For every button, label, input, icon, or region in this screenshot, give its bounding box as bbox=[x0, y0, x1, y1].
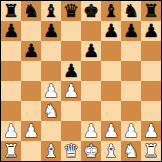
square-b5[interactable] bbox=[21, 61, 41, 81]
black-pawn-icon[interactable]: ♟ bbox=[83, 41, 99, 61]
square-h5[interactable] bbox=[141, 61, 161, 81]
black-knight-icon[interactable]: ♞ bbox=[23, 1, 39, 21]
square-h4[interactable] bbox=[141, 81, 161, 101]
square-d4[interactable]: ♟ bbox=[61, 81, 81, 101]
white-queen-icon[interactable]: ♛ bbox=[63, 141, 79, 161]
black-knight-icon[interactable]: ♞ bbox=[123, 1, 139, 21]
white-bishop-icon[interactable]: ♝ bbox=[103, 141, 119, 161]
square-c4[interactable]: ♟ bbox=[41, 81, 61, 101]
white-rook-icon[interactable]: ♜ bbox=[3, 141, 19, 161]
white-pawn-icon[interactable]: ♟ bbox=[83, 121, 99, 141]
square-h1[interactable]: ♜ bbox=[141, 141, 161, 161]
white-knight-icon[interactable]: ♞ bbox=[43, 101, 59, 121]
square-d5[interactable]: ♟ bbox=[61, 61, 81, 81]
black-pawn-icon[interactable]: ♟ bbox=[103, 21, 119, 41]
black-pawn-icon[interactable]: ♟ bbox=[143, 21, 159, 41]
square-b2[interactable]: ♟ bbox=[21, 121, 41, 141]
white-king-icon[interactable]: ♚ bbox=[83, 141, 99, 161]
square-c1[interactable]: ♝ bbox=[41, 141, 61, 161]
square-g1[interactable]: ♞ bbox=[121, 141, 141, 161]
square-d7[interactable] bbox=[61, 21, 81, 41]
square-g4[interactable] bbox=[121, 81, 141, 101]
white-pawn-icon[interactable]: ♟ bbox=[143, 121, 159, 141]
white-knight-icon[interactable]: ♞ bbox=[123, 141, 139, 161]
square-e1[interactable]: ♚ bbox=[81, 141, 101, 161]
square-h6[interactable] bbox=[141, 41, 161, 61]
square-f1[interactable]: ♝ bbox=[101, 141, 121, 161]
square-c8[interactable]: ♝ bbox=[41, 1, 61, 21]
square-f3[interactable] bbox=[101, 101, 121, 121]
square-b4[interactable] bbox=[21, 81, 41, 101]
square-e5[interactable] bbox=[81, 61, 101, 81]
black-pawn-icon[interactable]: ♟ bbox=[63, 61, 79, 81]
black-rook-icon[interactable]: ♜ bbox=[3, 1, 19, 21]
square-d6[interactable] bbox=[61, 41, 81, 61]
square-c6[interactable] bbox=[41, 41, 61, 61]
square-c5[interactable] bbox=[41, 61, 61, 81]
square-f5[interactable] bbox=[101, 61, 121, 81]
black-pawn-icon[interactable]: ♟ bbox=[23, 41, 39, 61]
white-pawn-icon[interactable]: ♟ bbox=[123, 121, 139, 141]
square-h8[interactable]: ♜ bbox=[141, 1, 161, 21]
black-pawn-icon[interactable]: ♟ bbox=[123, 21, 139, 41]
black-rook-icon[interactable]: ♜ bbox=[143, 1, 159, 21]
square-g7[interactable]: ♟ bbox=[121, 21, 141, 41]
square-a8[interactable]: ♜ bbox=[1, 1, 21, 21]
square-f6[interactable] bbox=[101, 41, 121, 61]
white-pawn-icon[interactable]: ♟ bbox=[43, 81, 59, 101]
square-a6[interactable] bbox=[1, 41, 21, 61]
square-a5[interactable] bbox=[1, 61, 21, 81]
square-b8[interactable]: ♞ bbox=[21, 1, 41, 21]
square-e4[interactable] bbox=[81, 81, 101, 101]
white-pawn-icon[interactable]: ♟ bbox=[63, 81, 79, 101]
square-f4[interactable] bbox=[101, 81, 121, 101]
chess-board-window: ♜♞♝♛♚♝♞♜♟♟♟♟♟♟♟♟♟♟♞♟♟♟♟♟♟♜♝♛♚♝♞♜ bbox=[0, 0, 162, 162]
square-g8[interactable]: ♞ bbox=[121, 1, 141, 21]
square-e8[interactable]: ♚ bbox=[81, 1, 101, 21]
square-a3[interactable] bbox=[1, 101, 21, 121]
square-d3[interactable] bbox=[61, 101, 81, 121]
square-b3[interactable] bbox=[21, 101, 41, 121]
square-a1[interactable]: ♜ bbox=[1, 141, 21, 161]
black-bishop-icon[interactable]: ♝ bbox=[43, 1, 59, 21]
black-king-icon[interactable]: ♚ bbox=[83, 1, 99, 21]
black-pawn-icon[interactable]: ♟ bbox=[3, 21, 19, 41]
square-e6[interactable]: ♟ bbox=[81, 41, 101, 61]
square-e3[interactable] bbox=[81, 101, 101, 121]
square-a2[interactable]: ♟ bbox=[1, 121, 21, 141]
square-h2[interactable]: ♟ bbox=[141, 121, 161, 141]
square-e2[interactable]: ♟ bbox=[81, 121, 101, 141]
square-d8[interactable]: ♛ bbox=[61, 1, 81, 21]
square-c3[interactable]: ♞ bbox=[41, 101, 61, 121]
chess-board: ♜♞♝♛♚♝♞♜♟♟♟♟♟♟♟♟♟♟♞♟♟♟♟♟♟♜♝♛♚♝♞♜ bbox=[0, 0, 162, 162]
white-pawn-icon[interactable]: ♟ bbox=[103, 121, 119, 141]
square-a4[interactable] bbox=[1, 81, 21, 101]
square-d1[interactable]: ♛ bbox=[61, 141, 81, 161]
square-d2[interactable] bbox=[61, 121, 81, 141]
square-b7[interactable] bbox=[21, 21, 41, 41]
square-g2[interactable]: ♟ bbox=[121, 121, 141, 141]
black-bishop-icon[interactable]: ♝ bbox=[103, 1, 119, 21]
white-bishop-icon[interactable]: ♝ bbox=[43, 141, 59, 161]
square-h3[interactable] bbox=[141, 101, 161, 121]
square-e7[interactable] bbox=[81, 21, 101, 41]
square-b1[interactable] bbox=[21, 141, 41, 161]
square-c2[interactable] bbox=[41, 121, 61, 141]
square-h7[interactable]: ♟ bbox=[141, 21, 161, 41]
white-pawn-icon[interactable]: ♟ bbox=[23, 121, 39, 141]
square-g3[interactable] bbox=[121, 101, 141, 121]
square-a7[interactable]: ♟ bbox=[1, 21, 21, 41]
square-f8[interactable]: ♝ bbox=[101, 1, 121, 21]
white-pawn-icon[interactable]: ♟ bbox=[3, 121, 19, 141]
square-f7[interactable]: ♟ bbox=[101, 21, 121, 41]
black-pawn-icon[interactable]: ♟ bbox=[43, 21, 59, 41]
square-g6[interactable] bbox=[121, 41, 141, 61]
square-c7[interactable]: ♟ bbox=[41, 21, 61, 41]
square-b6[interactable]: ♟ bbox=[21, 41, 41, 61]
white-rook-icon[interactable]: ♜ bbox=[143, 141, 159, 161]
square-g5[interactable] bbox=[121, 61, 141, 81]
square-f2[interactable]: ♟ bbox=[101, 121, 121, 141]
black-queen-icon[interactable]: ♛ bbox=[63, 1, 79, 21]
